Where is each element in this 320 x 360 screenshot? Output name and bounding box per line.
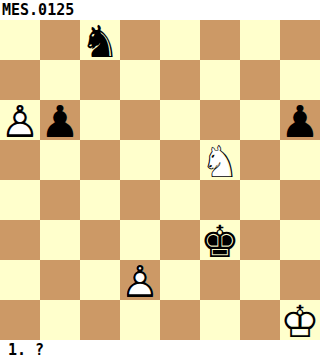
square-e2[interactable] <box>160 260 200 300</box>
square-c8[interactable]: ♞ <box>80 20 120 60</box>
square-e7[interactable] <box>160 60 200 100</box>
square-c1[interactable] <box>80 300 120 340</box>
square-h8[interactable] <box>280 20 320 60</box>
square-h6[interactable]: ♟ <box>280 100 320 140</box>
square-b6[interactable]: ♟ <box>40 100 80 140</box>
square-b7[interactable] <box>40 60 80 100</box>
square-f7[interactable] <box>200 60 240 100</box>
square-e1[interactable] <box>160 300 200 340</box>
square-d1[interactable] <box>120 300 160 340</box>
square-b5[interactable] <box>40 140 80 180</box>
chess-board: ♞♟♙♟♟♞♘♚♟♙♚♔ <box>0 20 320 340</box>
black-knight: ♞ <box>80 22 120 62</box>
square-f3[interactable]: ♚ <box>200 220 240 260</box>
square-a1[interactable] <box>0 300 40 340</box>
square-f6[interactable] <box>200 100 240 140</box>
square-b8[interactable] <box>40 20 80 60</box>
square-c3[interactable] <box>80 220 120 260</box>
square-h5[interactable] <box>280 140 320 180</box>
square-h3[interactable] <box>280 220 320 260</box>
square-e4[interactable] <box>160 180 200 220</box>
square-g4[interactable] <box>240 180 280 220</box>
square-g7[interactable] <box>240 60 280 100</box>
square-g8[interactable] <box>240 20 280 60</box>
square-c5[interactable] <box>80 140 120 180</box>
square-f4[interactable] <box>200 180 240 220</box>
square-d5[interactable] <box>120 140 160 180</box>
square-b1[interactable] <box>40 300 80 340</box>
black-pawn: ♟ <box>40 102 80 142</box>
square-f2[interactable] <box>200 260 240 300</box>
square-a7[interactable] <box>0 60 40 100</box>
square-e5[interactable] <box>160 140 200 180</box>
square-c6[interactable] <box>80 100 120 140</box>
white-pawn: ♙ <box>0 102 40 142</box>
square-f8[interactable] <box>200 20 240 60</box>
square-a6[interactable]: ♟♙ <box>0 100 40 140</box>
black-pawn: ♟ <box>280 102 320 142</box>
square-h2[interactable] <box>280 260 320 300</box>
square-d7[interactable] <box>120 60 160 100</box>
square-a8[interactable] <box>0 20 40 60</box>
square-h7[interactable] <box>280 60 320 100</box>
square-h4[interactable] <box>280 180 320 220</box>
square-e6[interactable] <box>160 100 200 140</box>
square-e8[interactable] <box>160 20 200 60</box>
square-f1[interactable] <box>200 300 240 340</box>
square-h1[interactable]: ♚♔ <box>280 300 320 340</box>
white-pawn: ♙ <box>120 262 160 302</box>
square-b3[interactable] <box>40 220 80 260</box>
square-g3[interactable] <box>240 220 280 260</box>
square-e3[interactable] <box>160 220 200 260</box>
square-c4[interactable] <box>80 180 120 220</box>
square-d2[interactable]: ♟♙ <box>120 260 160 300</box>
black-king: ♚ <box>200 222 240 262</box>
square-g2[interactable] <box>240 260 280 300</box>
square-d3[interactable] <box>120 220 160 260</box>
square-a4[interactable] <box>0 180 40 220</box>
square-g6[interactable] <box>240 100 280 140</box>
white-knight: ♘ <box>200 142 240 182</box>
square-a3[interactable] <box>0 220 40 260</box>
chess-diagram: MES.0125 ♞♟♙♟♟♞♘♚♟♙♚♔ 1. ? <box>0 0 320 360</box>
square-a2[interactable] <box>0 260 40 300</box>
square-g5[interactable] <box>240 140 280 180</box>
square-f5[interactable]: ♞♘ <box>200 140 240 180</box>
move-prompt: 1. ? <box>0 340 320 360</box>
square-d6[interactable] <box>120 100 160 140</box>
square-d4[interactable] <box>120 180 160 220</box>
white-king-fill: ♚ <box>280 302 320 342</box>
white-pawn-fill: ♟ <box>120 262 160 302</box>
square-d8[interactable] <box>120 20 160 60</box>
square-g1[interactable] <box>240 300 280 340</box>
white-knight-fill: ♞ <box>200 142 240 182</box>
square-c2[interactable] <box>80 260 120 300</box>
diagram-title: MES.0125 <box>0 0 320 20</box>
square-a5[interactable] <box>0 140 40 180</box>
square-b2[interactable] <box>40 260 80 300</box>
white-king: ♔ <box>280 302 320 342</box>
square-c7[interactable] <box>80 60 120 100</box>
square-b4[interactable] <box>40 180 80 220</box>
white-pawn-fill: ♟ <box>0 102 40 142</box>
